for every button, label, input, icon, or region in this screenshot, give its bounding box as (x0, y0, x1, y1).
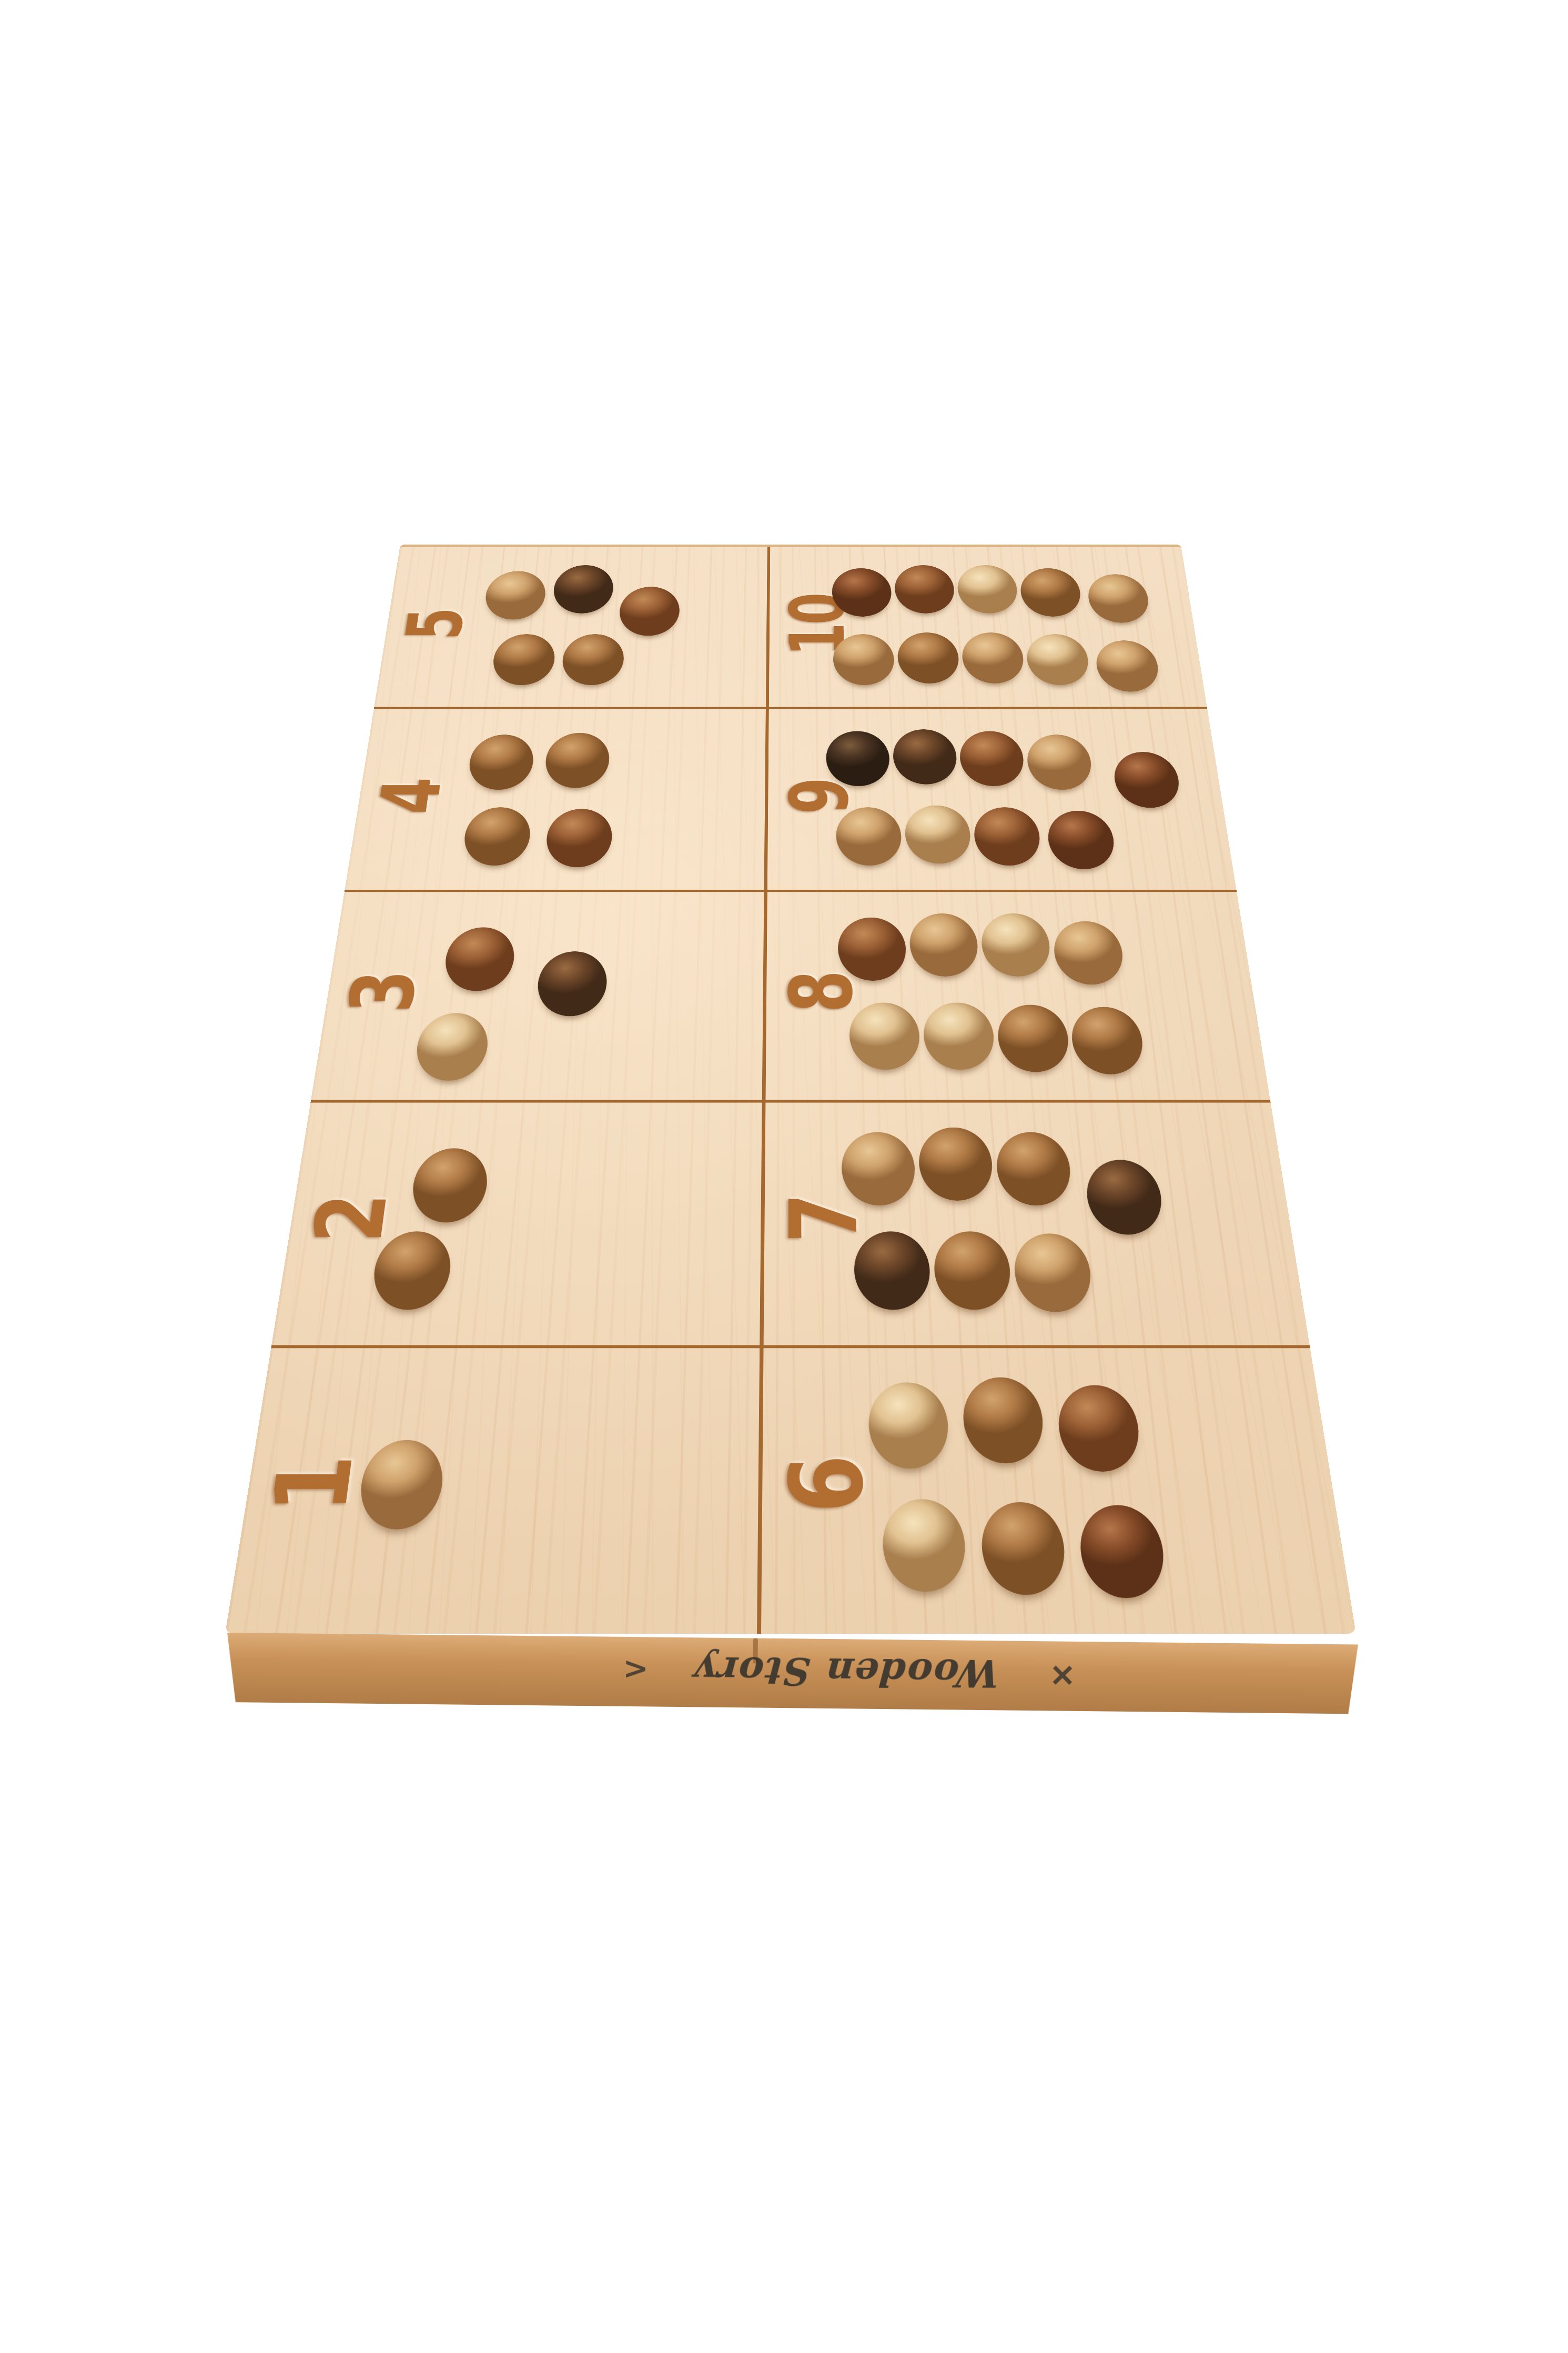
ball-area-6 (761, 1348, 1357, 1634)
wooden-ball[interactable] (832, 568, 892, 617)
ball-area-9 (767, 709, 1236, 890)
wooden-ball[interactable] (466, 735, 535, 790)
wooden-ball[interactable] (933, 1231, 1013, 1310)
wooden-ball[interactable] (979, 1502, 1068, 1595)
wooden-ball[interactable] (958, 731, 1026, 787)
wooden-ball[interactable] (833, 634, 895, 685)
ball-area-5 (374, 547, 767, 707)
wooden-ball[interactable] (894, 565, 955, 614)
wooden-ball[interactable] (994, 1132, 1073, 1206)
wooden-ball[interactable] (535, 951, 609, 1016)
wooden-ball[interactable] (1025, 735, 1094, 790)
wooden-ball[interactable] (838, 917, 907, 980)
wooden-ball[interactable] (904, 806, 973, 864)
board-front-edge: ✕ Wooden Story < (227, 1633, 1358, 1714)
wooden-ball[interactable] (409, 1148, 491, 1222)
wooden-ball[interactable] (543, 733, 611, 788)
wooden-ball[interactable] (356, 1440, 447, 1529)
wooden-ball[interactable] (1094, 640, 1161, 691)
wooden-ball[interactable] (442, 927, 517, 991)
ball-area-4 (345, 709, 765, 890)
wooden-ball[interactable] (826, 731, 891, 787)
wooden-ball[interactable] (922, 1003, 996, 1070)
tray-3: 3 (311, 890, 764, 1100)
counting-board-scene: 5 10 4 9 3 8 (225, 545, 1356, 1705)
wooden-ball[interactable] (1025, 634, 1091, 685)
wooden-ball[interactable] (892, 729, 958, 784)
tray-5: 5 (374, 547, 767, 707)
tray-4: 4 (345, 707, 765, 890)
wooden-ball[interactable] (918, 1128, 995, 1201)
wooden-ball[interactable] (1018, 568, 1083, 617)
wooden-ball[interactable] (1069, 1007, 1146, 1074)
brand-stamp: ✕ Wooden Story < (622, 1644, 1075, 1701)
wooden-ball[interactable] (1077, 1505, 1168, 1598)
wooden-ball[interactable] (544, 809, 613, 868)
wooden-ball[interactable] (882, 1499, 967, 1592)
brand-mark-tail: < (622, 1652, 648, 1688)
tray-9: 9 (764, 707, 1236, 890)
wooden-ball[interactable] (413, 1013, 491, 1081)
tray-1: 1 (225, 1345, 760, 1634)
wooden-ball[interactable] (1046, 811, 1117, 869)
wooden-ball[interactable] (483, 571, 548, 620)
board-perspective-wrap: 5 10 4 9 3 8 (225, 545, 1356, 1634)
tray-7: 7 (760, 1100, 1310, 1345)
wooden-ball[interactable] (1012, 1234, 1094, 1312)
ball-area-2 (271, 1103, 762, 1345)
ball-area-10 (768, 547, 1207, 707)
wooden-ball[interactable] (897, 632, 960, 683)
photo-background: { "game": "wooden 1-10 counting board (M… (0, 0, 1568, 2353)
wooden-ball[interactable] (854, 1231, 932, 1310)
wooden-ball[interactable] (1111, 752, 1182, 808)
tray-8: 8 (762, 890, 1270, 1100)
wooden-ball[interactable] (836, 807, 903, 866)
wooden-ball[interactable] (461, 807, 533, 866)
wooden-ball[interactable] (979, 913, 1052, 977)
tray-6: 6 (757, 1345, 1357, 1634)
wooden-ball[interactable] (961, 1377, 1046, 1463)
wooden-ball[interactable] (973, 807, 1043, 866)
wooden-ball[interactable] (1086, 574, 1151, 622)
wooden-ball[interactable] (618, 587, 681, 636)
ball-area-7 (763, 1103, 1310, 1345)
wooden-ball[interactable] (369, 1231, 454, 1310)
wooden-ball[interactable] (1056, 1385, 1143, 1472)
brand-mark-x: ✕ (1049, 1657, 1075, 1693)
wooden-ball[interactable] (1084, 1160, 1166, 1234)
wooden-ball[interactable] (552, 565, 615, 614)
ball-area-8 (765, 892, 1270, 1100)
wooden-ball[interactable] (956, 565, 1019, 614)
tray-2: 2 (271, 1100, 762, 1345)
wooden-ball[interactable] (867, 1383, 949, 1469)
wooden-ball[interactable] (1051, 921, 1126, 984)
wooden-ball[interactable] (996, 1005, 1071, 1072)
brand-text: Wooden Story (696, 1648, 1003, 1696)
wooden-ball[interactable] (960, 632, 1025, 683)
wooden-ball[interactable] (841, 1132, 916, 1206)
wooden-ball[interactable] (849, 1003, 921, 1070)
ball-area-3 (311, 892, 764, 1100)
tray-10: 10 (766, 547, 1207, 707)
ball-area-1 (225, 1348, 760, 1634)
counting-board: 5 10 4 9 3 8 (225, 545, 1356, 1634)
wooden-ball[interactable] (491, 634, 557, 685)
wooden-ball[interactable] (908, 913, 979, 977)
wooden-ball[interactable] (560, 634, 625, 685)
